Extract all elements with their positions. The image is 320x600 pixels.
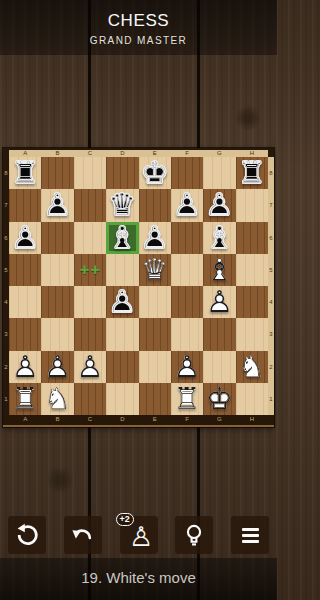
- piece-black-rook: ♜♖: [236, 157, 268, 189]
- menu-button[interactable]: [231, 516, 269, 554]
- coord-label: 7: [268, 189, 274, 221]
- hint-button[interactable]: [175, 516, 213, 554]
- move-status-text: 19. White's move: [0, 569, 277, 586]
- piece-white-rook: ♜♖: [9, 383, 41, 415]
- status-bar: 19. White's move: [0, 558, 277, 600]
- square-e7[interactable]: [139, 189, 171, 221]
- square-c3[interactable]: [74, 318, 106, 350]
- coord-label: 6: [268, 222, 274, 254]
- coord-label: 4: [268, 286, 274, 318]
- takeback-button[interactable]: ♙ +2: [120, 516, 158, 554]
- piece-white-pawn: ♟♙: [203, 286, 235, 318]
- square-a5[interactable]: [9, 254, 41, 286]
- file-labels-bottom: ABCDEFGH: [9, 415, 268, 425]
- coord-label: 2: [268, 351, 274, 383]
- square-d1[interactable]: [106, 383, 138, 415]
- coord-label: D: [106, 150, 138, 157]
- square-e4[interactable]: [139, 286, 171, 318]
- piece-black-queen: ♛♕: [106, 189, 138, 221]
- coord-label: A: [9, 415, 41, 425]
- square-e8[interactable]: ♚♔: [139, 157, 171, 189]
- square-g8[interactable]: [203, 157, 235, 189]
- square-f5[interactable]: [171, 254, 203, 286]
- piece-black-bishop: ♝♗: [106, 222, 138, 254]
- square-b4[interactable]: [41, 286, 73, 318]
- square-g2[interactable]: [203, 351, 235, 383]
- square-h4[interactable]: [236, 286, 268, 318]
- piece-black-bishop: ♝♗: [203, 222, 235, 254]
- piece-black-pawn: ♟♙: [9, 222, 41, 254]
- file-labels-top: ABCDEFGH: [9, 150, 268, 157]
- square-c5[interactable]: ++: [74, 254, 106, 286]
- square-h6[interactable]: [236, 222, 268, 254]
- square-a6[interactable]: ♟♙: [9, 222, 41, 254]
- piece-black-pawn: ♟♙: [41, 189, 73, 221]
- coord-label: 3: [268, 318, 274, 350]
- coord-label: C: [74, 415, 106, 425]
- square-c6[interactable]: [74, 222, 106, 254]
- app-title: CHESS: [0, 11, 277, 31]
- square-d5[interactable]: [106, 254, 138, 286]
- square-g3[interactable]: [203, 318, 235, 350]
- square-a2[interactable]: ♟♙: [9, 351, 41, 383]
- square-e1[interactable]: [139, 383, 171, 415]
- square-a8[interactable]: ♜♖: [9, 157, 41, 189]
- square-a4[interactable]: [9, 286, 41, 318]
- move-marker: ++: [74, 254, 106, 286]
- board-squares: ♜♖♚♔♜♖♟♙♛♕♟♙♟♙♟♙♝♗♟♙♝♗++♛♕♝♗♟♙♟♙♟♙♟♙♟♙♟♙…: [9, 157, 268, 415]
- square-h2[interactable]: ♞♘: [236, 351, 268, 383]
- square-g7[interactable]: ♟♙: [203, 189, 235, 221]
- chess-board: ABCDEFGH 87654321 ♜♖♚♔♜♖♟♙♛♕♟♙♟♙♟♙♝♗♟♙♝♗…: [3, 148, 274, 427]
- coord-label: B: [41, 415, 73, 425]
- square-h5[interactable]: [236, 254, 268, 286]
- square-h8[interactable]: ♜♖: [236, 157, 268, 189]
- piece-black-pawn: ♟♙: [203, 189, 235, 221]
- square-d2[interactable]: [106, 351, 138, 383]
- piece-white-king: ♚♔: [203, 383, 235, 415]
- coord-label: H: [236, 415, 268, 425]
- square-a3[interactable]: [9, 318, 41, 350]
- piece-white-pawn: ♟♙: [9, 351, 41, 383]
- square-h3[interactable]: [236, 318, 268, 350]
- menu-icon: [242, 528, 259, 543]
- square-f8[interactable]: [171, 157, 203, 189]
- coord-label: F: [171, 150, 203, 157]
- square-e3[interactable]: [139, 318, 171, 350]
- square-b7[interactable]: ♟♙: [41, 189, 73, 221]
- square-e2[interactable]: [139, 351, 171, 383]
- coord-label: F: [171, 415, 203, 425]
- piece-black-pawn: ♟♙: [139, 222, 171, 254]
- square-f1[interactable]: ♜♖: [171, 383, 203, 415]
- coord-label: 8: [268, 157, 274, 189]
- restart-button[interactable]: [8, 516, 46, 554]
- piece-white-bishop: ♝♗: [203, 254, 235, 286]
- piece-black-pawn: ♟♙: [106, 286, 138, 318]
- square-b5[interactable]: [41, 254, 73, 286]
- undo-button[interactable]: [64, 516, 102, 554]
- square-c4[interactable]: [74, 286, 106, 318]
- lightbulb-icon: [181, 522, 207, 548]
- square-d3[interactable]: [106, 318, 138, 350]
- square-c2[interactable]: ♟♙: [74, 351, 106, 383]
- square-b2[interactable]: ♟♙: [41, 351, 73, 383]
- piece-black-king: ♚♔: [139, 157, 171, 189]
- piece-white-rook: ♜♖: [171, 383, 203, 415]
- coord-label: B: [41, 150, 73, 157]
- piece-black-pawn: ♟♙: [171, 189, 203, 221]
- square-h7[interactable]: [236, 189, 268, 221]
- coord-label: 5: [268, 254, 274, 286]
- plus2-badge: +2: [116, 513, 134, 526]
- square-d8[interactable]: [106, 157, 138, 189]
- square-a7[interactable]: [9, 189, 41, 221]
- square-f6[interactable]: [171, 222, 203, 254]
- square-b8[interactable]: [41, 157, 73, 189]
- coord-label: C: [74, 150, 106, 157]
- square-b3[interactable]: [41, 318, 73, 350]
- rank-labels-right: 87654321: [268, 157, 274, 415]
- piece-white-pawn: ♟♙: [74, 351, 106, 383]
- coord-label: G: [203, 415, 235, 425]
- square-e6[interactable]: ♟♙: [139, 222, 171, 254]
- square-d4[interactable]: ♟♙: [106, 286, 138, 318]
- toolbar: ♙ +2: [0, 516, 277, 554]
- app-subtitle: GRAND MASTER: [0, 35, 277, 46]
- square-h1[interactable]: [236, 383, 268, 415]
- piece-black-rook: ♜♖: [9, 157, 41, 189]
- square-b1[interactable]: ♞♘: [41, 383, 73, 415]
- title-bar: CHESS GRAND MASTER: [0, 0, 277, 55]
- square-g5[interactable]: ♝♗: [203, 254, 235, 286]
- square-d6[interactable]: ♝♗: [106, 222, 138, 254]
- pawn-icon: ♙: [129, 523, 153, 550]
- undo-icon: [70, 522, 96, 548]
- square-c8[interactable]: [74, 157, 106, 189]
- coord-label: G: [203, 150, 235, 157]
- coord-label: 1: [268, 383, 274, 415]
- square-d7[interactable]: ♛♕: [106, 189, 138, 221]
- piece-white-knight: ♞♘: [236, 351, 268, 383]
- square-g6[interactable]: ♝♗: [203, 222, 235, 254]
- square-f7[interactable]: ♟♙: [171, 189, 203, 221]
- square-f2[interactable]: ♟♙: [171, 351, 203, 383]
- square-c7[interactable]: [74, 189, 106, 221]
- square-a1[interactable]: ♜♖: [9, 383, 41, 415]
- coord-label: D: [106, 415, 138, 425]
- piece-white-pawn: ♟♙: [171, 351, 203, 383]
- restart-icon: [14, 522, 41, 549]
- piece-white-queen: ♛♕: [139, 254, 171, 286]
- coord-label: E: [139, 415, 171, 425]
- square-g4[interactable]: ♟♙: [203, 286, 235, 318]
- square-e5[interactable]: ♛♕: [139, 254, 171, 286]
- square-c1[interactable]: [74, 383, 106, 415]
- square-b6[interactable]: [41, 222, 73, 254]
- square-f3[interactable]: [171, 318, 203, 350]
- piece-white-knight: ♞♘: [41, 383, 73, 415]
- piece-white-pawn: ♟♙: [41, 351, 73, 383]
- square-f4[interactable]: [171, 286, 203, 318]
- square-g1[interactable]: ♚♔: [203, 383, 235, 415]
